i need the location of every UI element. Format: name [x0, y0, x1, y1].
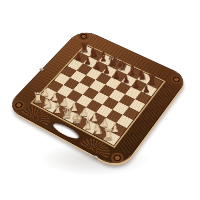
black-pawn[interactable]: ♟ — [75, 52, 83, 62]
black-pawn[interactable]: ♟ — [103, 65, 111, 75]
black-pawn[interactable]: ♟ — [122, 74, 130, 84]
product-photo-scene: ♜♞♝♛♚♝♞♜♟♟♟♟♟♟♟♟♟♟♟♟♟♟♟♟♜♞♝♛♚♝♞♜ — [0, 0, 200, 200]
black-pawn[interactable]: ♟ — [112, 70, 120, 80]
black-pawn[interactable]: ♟ — [93, 60, 101, 70]
black-pawn[interactable]: ♟ — [84, 56, 92, 66]
black-pawn[interactable]: ♟ — [132, 79, 140, 89]
white-rook[interactable]: ♜ — [103, 128, 114, 142]
board-group: ♜♞♝♛♚♝♞♜♟♟♟♟♟♟♟♟♟♟♟♟♟♟♟♟♜♞♝♛♚♝♞♜ — [6, 29, 188, 170]
black-pawn[interactable]: ♟ — [142, 84, 150, 94]
rosette-icon — [168, 73, 186, 86]
carved-walnut-case: ♜♞♝♛♚♝♞♜♟♟♟♟♟♟♟♟♟♟♟♟♟♟♟♟♜♞♝♛♚♝♞♜ — [6, 29, 188, 170]
square-d3[interactable] — [76, 95, 92, 108]
